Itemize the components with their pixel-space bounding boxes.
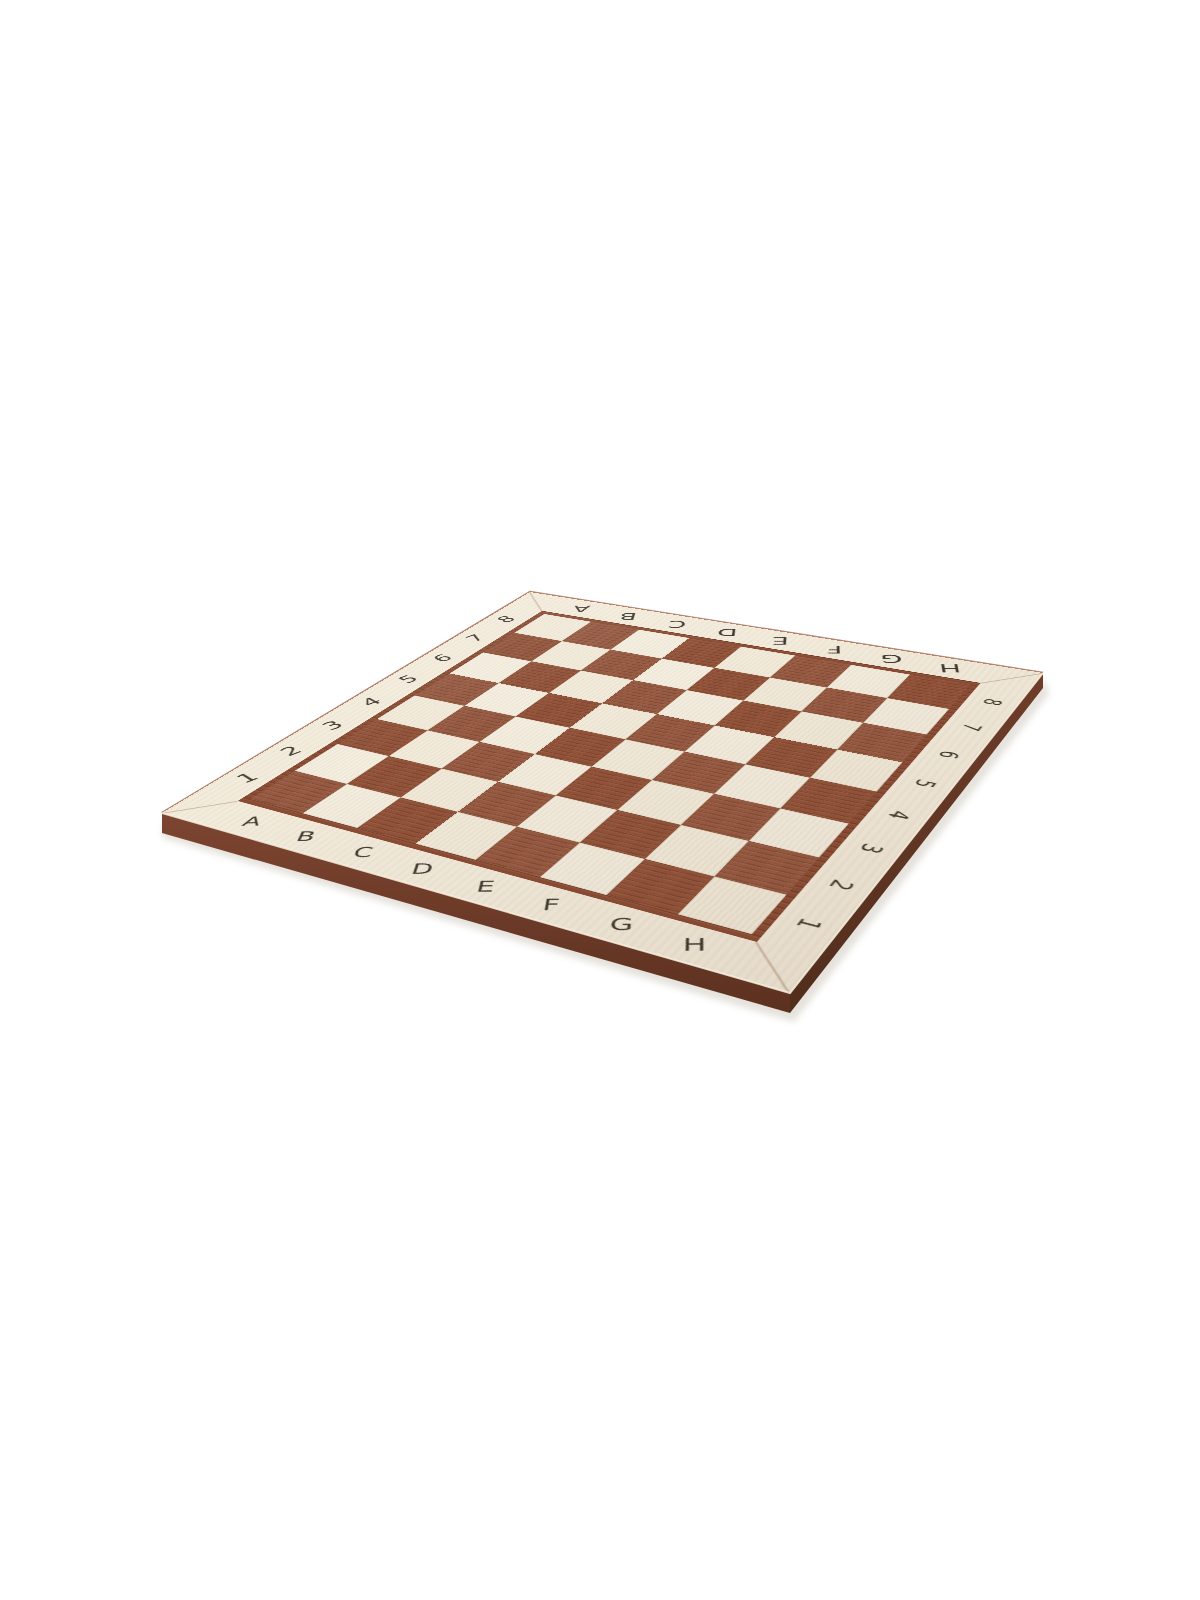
product-photo-stage: AABBCCDDEEFFGGHH1122334455667788 xyxy=(0,0,1200,1600)
side-face-front-right xyxy=(790,673,1043,1013)
side-face-front-left xyxy=(162,813,790,1013)
board-side-faces xyxy=(0,0,1200,1600)
